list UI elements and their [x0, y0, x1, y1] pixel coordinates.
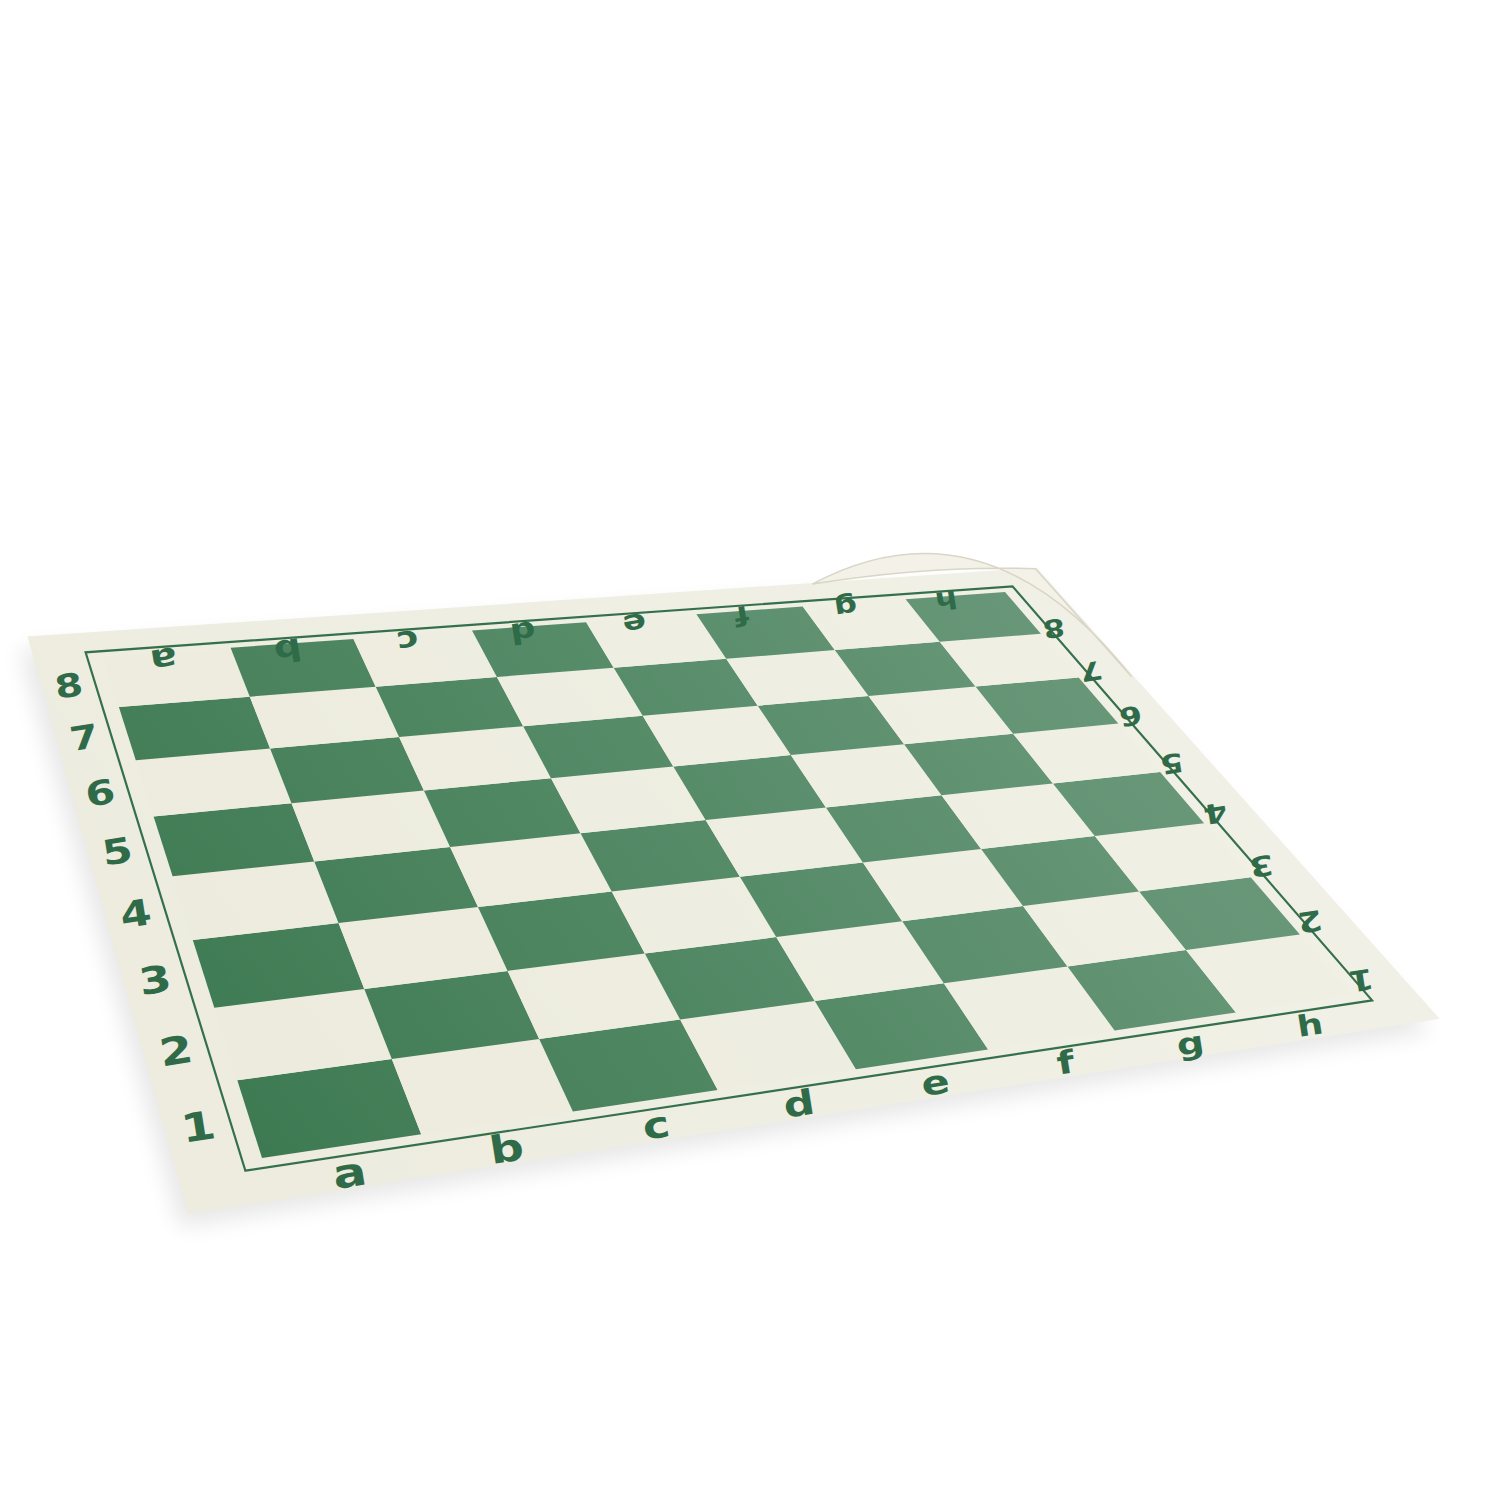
rank-label-left-2: 2 [156, 1027, 196, 1076]
file-label-top-a: a [148, 640, 180, 680]
file-label-top-g: g [832, 591, 859, 624]
file-label-top-b: b [272, 631, 305, 670]
file-label-bottom-e: e [918, 1061, 952, 1104]
distance-haze [28, 568, 1440, 1215]
file-label-bottom-b: b [486, 1124, 527, 1173]
rank-label-left-6: 6 [83, 771, 118, 815]
rank-label-right-2: 2 [1295, 903, 1324, 940]
rank-label-right-8: 8 [1041, 612, 1067, 644]
rank-label-right-6: 6 [1117, 699, 1144, 732]
rank-label-left-4: 4 [117, 890, 154, 937]
file-label-bottom-h: h [1294, 1006, 1325, 1044]
rank-label-left-1: 1 [178, 1102, 219, 1152]
chess-set-product-photo: aabbccddeeffgghh1122334455667788 [0, 0, 1500, 1500]
rank-label-left-7: 7 [67, 716, 101, 759]
rank-label-right-5: 5 [1158, 746, 1186, 780]
file-label-bottom-d: d [781, 1082, 818, 1126]
file-label-top-d: d [508, 614, 538, 651]
rank-label-left-8: 8 [52, 665, 86, 707]
rank-label-right-3: 3 [1247, 848, 1276, 883]
rank-label-right-7: 7 [1078, 654, 1105, 687]
rank-label-left-5: 5 [99, 829, 135, 874]
chessboard-scene: aabbccddeeffgghh1122334455667788 [0, 0, 1500, 1500]
rank-label-left-3: 3 [136, 956, 175, 1004]
file-label-bottom-g: g [1174, 1024, 1206, 1063]
file-label-top-h: h [933, 584, 959, 616]
file-label-top-e: e [620, 607, 648, 642]
rank-label-right-1: 1 [1346, 961, 1376, 998]
rank-label-right-4: 4 [1201, 796, 1229, 830]
